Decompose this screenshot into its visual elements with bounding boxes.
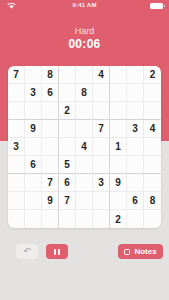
sudoku-cell-r8c8[interactable]: 6 xyxy=(127,192,144,210)
sudoku-cell-r8c1[interactable] xyxy=(8,192,25,210)
pause-button[interactable] xyxy=(46,244,68,259)
sudoku-cell-r4c7[interactable] xyxy=(110,120,127,138)
sudoku-cell-r3c1[interactable] xyxy=(8,102,25,120)
sudoku-cell-r8c2[interactable] xyxy=(25,192,42,210)
sudoku-cell-r1c3[interactable]: 8 xyxy=(42,66,59,84)
sudoku-cell-r7c4[interactable]: 6 xyxy=(59,174,76,192)
sudoku-cell-r7c7[interactable]: 9 xyxy=(110,174,127,192)
sudoku-cell-r4c4[interactable] xyxy=(59,120,76,138)
sudoku-cell-r4c1[interactable] xyxy=(8,120,25,138)
sudoku-cell-r3c9[interactable] xyxy=(144,102,161,120)
sudoku-cell-r7c5[interactable] xyxy=(76,174,93,192)
battery-icon xyxy=(150,3,163,9)
sudoku-cell-r1c8[interactable] xyxy=(127,66,144,84)
sudoku-cell-r7c2[interactable] xyxy=(25,174,42,192)
sudoku-cell-r8c9[interactable]: 8 xyxy=(144,192,161,210)
sudoku-cell-r5c5[interactable]: 4 xyxy=(76,138,93,156)
sudoku-cell-r7c1[interactable] xyxy=(8,174,25,192)
sudoku-cell-r6c5[interactable] xyxy=(76,156,93,174)
undo-icon: ↶ xyxy=(23,247,31,256)
difficulty-label: Hard xyxy=(0,26,169,36)
sudoku-cell-r2c2[interactable]: 3 xyxy=(25,84,42,102)
sudoku-cell-r8c5[interactable] xyxy=(76,192,93,210)
sudoku-cell-r3c3[interactable] xyxy=(42,102,59,120)
status-bar: 9:41 AM xyxy=(0,0,169,12)
sudoku-cell-r2c3[interactable]: 6 xyxy=(42,84,59,102)
sudoku-cell-r6c7[interactable] xyxy=(110,156,127,174)
sudoku-cell-r7c8[interactable] xyxy=(127,174,144,192)
sudoku-cell-r2c4[interactable] xyxy=(59,84,76,102)
sudoku-cell-r7c6[interactable]: 3 xyxy=(93,174,110,192)
sudoku-cell-r9c3[interactable] xyxy=(42,210,59,228)
status-time: 9:41 AM xyxy=(0,2,169,8)
sudoku-cell-r5c2[interactable] xyxy=(25,138,42,156)
sudoku-cell-r5c6[interactable] xyxy=(93,138,110,156)
sudoku-cell-r9c8[interactable] xyxy=(127,210,144,228)
sudoku-cell-r9c9[interactable] xyxy=(144,210,161,228)
sudoku-cell-r3c2[interactable] xyxy=(25,102,42,120)
sudoku-cell-r9c5[interactable] xyxy=(76,210,93,228)
sudoku-cell-r4c2[interactable]: 9 xyxy=(25,120,42,138)
sudoku-cell-r8c6[interactable] xyxy=(93,192,110,210)
undo-button[interactable]: ↶ xyxy=(16,244,38,259)
sudoku-cell-r7c9[interactable] xyxy=(144,174,161,192)
sudoku-cell-r2c5[interactable]: 8 xyxy=(76,84,93,102)
sudoku-cell-r1c1[interactable]: 7 xyxy=(8,66,25,84)
sudoku-cell-r4c6[interactable]: 7 xyxy=(93,120,110,138)
timer-label: 00:06 xyxy=(0,37,169,51)
sudoku-cell-r2c7[interactable] xyxy=(110,84,127,102)
sudoku-cell-r3c6[interactable] xyxy=(93,102,110,120)
sudoku-cell-r6c9[interactable] xyxy=(144,156,161,174)
sudoku-cell-r8c3[interactable]: 9 xyxy=(42,192,59,210)
sudoku-cell-r9c7[interactable]: 2 xyxy=(110,210,127,228)
sudoku-cell-r2c8[interactable] xyxy=(127,84,144,102)
sudoku-cell-r2c6[interactable] xyxy=(93,84,110,102)
sudoku-cell-r5c9[interactable] xyxy=(144,138,161,156)
sudoku-cell-r2c1[interactable] xyxy=(8,84,25,102)
sudoku-cell-r6c1[interactable] xyxy=(8,156,25,174)
sudoku-cell-r1c5[interactable] xyxy=(76,66,93,84)
sudoku-cell-r5c7[interactable]: 1 xyxy=(110,138,127,156)
notes-button-label: Notes xyxy=(134,247,156,256)
sudoku-cell-r7c3[interactable]: 7 xyxy=(42,174,59,192)
sudoku-cell-r4c9[interactable]: 4 xyxy=(144,120,161,138)
sudoku-cell-r6c8[interactable] xyxy=(127,156,144,174)
sudoku-cell-r9c2[interactable] xyxy=(25,210,42,228)
sudoku-cell-r3c7[interactable] xyxy=(110,102,127,120)
notes-checkbox-icon xyxy=(124,249,130,255)
sudoku-cell-r8c7[interactable] xyxy=(110,192,127,210)
sudoku-cell-r5c8[interactable] xyxy=(127,138,144,156)
sudoku-cell-r4c3[interactable] xyxy=(42,120,59,138)
sudoku-cell-r9c4[interactable] xyxy=(59,210,76,228)
sudoku-cell-r6c4[interactable]: 5 xyxy=(59,156,76,174)
sudoku-app-screen: 9:41 AM Hard 00:06 784236829734341657639… xyxy=(0,0,169,300)
sudoku-cell-r5c3[interactable] xyxy=(42,138,59,156)
sudoku-cell-r3c8[interactable] xyxy=(127,102,144,120)
sudoku-cell-r1c7[interactable] xyxy=(110,66,127,84)
sudoku-cell-r3c5[interactable] xyxy=(76,102,93,120)
sudoku-cell-r9c6[interactable] xyxy=(93,210,110,228)
sudoku-cell-r6c2[interactable]: 6 xyxy=(25,156,42,174)
sudoku-cell-r6c6[interactable] xyxy=(93,156,110,174)
sudoku-cell-r1c4[interactable] xyxy=(59,66,76,84)
sudoku-cell-r1c2[interactable] xyxy=(25,66,42,84)
sudoku-cell-r3c4[interactable]: 2 xyxy=(59,102,76,120)
notes-button[interactable]: Notes xyxy=(118,244,163,259)
sudoku-cell-r4c8[interactable]: 3 xyxy=(127,120,144,138)
sudoku-cell-r9c1[interactable] xyxy=(8,210,25,228)
sudoku-cell-r5c1[interactable]: 3 xyxy=(8,138,25,156)
sudoku-board: 78423682973434165763997682 xyxy=(8,66,161,228)
pause-icon xyxy=(54,249,60,255)
sudoku-cell-r4c5[interactable] xyxy=(76,120,93,138)
sudoku-cell-r1c9[interactable]: 2 xyxy=(144,66,161,84)
sudoku-cell-r5c4[interactable] xyxy=(59,138,76,156)
sudoku-cell-r6c3[interactable] xyxy=(42,156,59,174)
sudoku-cell-r2c9[interactable] xyxy=(144,84,161,102)
sudoku-cell-r1c6[interactable]: 4 xyxy=(93,66,110,84)
sudoku-cell-r8c4[interactable]: 7 xyxy=(59,192,76,210)
